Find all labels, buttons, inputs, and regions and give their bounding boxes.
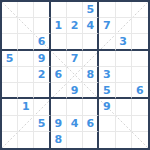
cell-r3c9[interactable] (132, 34, 148, 50)
cell-r5c4[interactable]: 6 (51, 67, 67, 83)
cell-r1c2[interactable] (18, 2, 34, 18)
cell-r9c5[interactable] (67, 132, 83, 148)
cell-r7c8[interactable] (116, 99, 132, 115)
cell-r8c5[interactable]: 4 (67, 116, 83, 132)
cell-r7c4[interactable] (51, 99, 67, 115)
cell-r3c7[interactable] (99, 34, 115, 50)
cell-r9c2[interactable] (18, 132, 34, 148)
cell-r8c8[interactable] (116, 116, 132, 132)
cell-r4c5[interactable]: 7 (67, 51, 83, 67)
cell-r6c9[interactable]: 6 (132, 83, 148, 99)
cell-r4c7[interactable] (99, 51, 115, 67)
cell-r1c7[interactable] (99, 2, 115, 18)
cell-r2c9[interactable] (132, 18, 148, 34)
cell-r1c1[interactable] (2, 2, 18, 18)
cell-r8c7[interactable] (99, 116, 115, 132)
cell-r4c1[interactable]: 5 (2, 51, 18, 67)
cell-r8c4[interactable]: 9 (51, 116, 67, 132)
cell-r6c7[interactable]: 5 (99, 83, 115, 99)
cell-r9c9[interactable] (132, 132, 148, 148)
cell-r9c8[interactable] (116, 132, 132, 148)
cell-r9c4[interactable]: 8 (51, 132, 67, 148)
cell-r2c1[interactable] (2, 18, 18, 34)
cell-r2c8[interactable] (116, 18, 132, 34)
cell-r1c9[interactable] (132, 2, 148, 18)
cell-r2c6[interactable]: 4 (83, 18, 99, 34)
cell-r1c5[interactable] (67, 2, 83, 18)
cell-r7c6[interactable] (83, 99, 99, 115)
cell-r6c1[interactable] (2, 83, 18, 99)
cell-r2c2[interactable] (18, 18, 34, 34)
sudoku-board: 512476359726839561959468 (0, 0, 150, 150)
cell-r3c3[interactable]: 6 (34, 34, 50, 50)
sudoku-grid: 512476359726839561959468 (2, 2, 148, 148)
cell-r2c3[interactable] (34, 18, 50, 34)
cell-r5c3[interactable]: 2 (34, 67, 50, 83)
cell-r7c1[interactable] (2, 99, 18, 115)
cell-r7c5[interactable] (67, 99, 83, 115)
cell-r4c9[interactable] (132, 51, 148, 67)
cell-r8c3[interactable]: 5 (34, 116, 50, 132)
cell-r1c6[interactable]: 5 (83, 2, 99, 18)
cell-r9c3[interactable] (34, 132, 50, 148)
cell-r5c6[interactable]: 8 (83, 67, 99, 83)
cell-r8c9[interactable] (132, 116, 148, 132)
cell-r5c8[interactable] (116, 67, 132, 83)
cell-r3c4[interactable] (51, 34, 67, 50)
cell-r3c1[interactable] (2, 34, 18, 50)
cell-r4c2[interactable] (18, 51, 34, 67)
cell-r4c3[interactable]: 9 (34, 51, 50, 67)
cell-r9c7[interactable] (99, 132, 115, 148)
cell-r5c2[interactable] (18, 67, 34, 83)
cell-r3c5[interactable] (67, 34, 83, 50)
cell-r1c3[interactable] (34, 2, 50, 18)
cell-r3c6[interactable] (83, 34, 99, 50)
cell-r6c3[interactable] (34, 83, 50, 99)
cell-r5c5[interactable] (67, 67, 83, 83)
cell-r5c1[interactable] (2, 67, 18, 83)
cell-r6c2[interactable] (18, 83, 34, 99)
cell-r7c7[interactable]: 9 (99, 99, 115, 115)
cell-r9c6[interactable] (83, 132, 99, 148)
cell-r5c9[interactable] (132, 67, 148, 83)
cell-r7c3[interactable] (34, 99, 50, 115)
cell-r4c4[interactable] (51, 51, 67, 67)
cell-r7c2[interactable]: 1 (18, 99, 34, 115)
cell-r4c6[interactable] (83, 51, 99, 67)
cell-r9c1[interactable] (2, 132, 18, 148)
cell-r6c5[interactable]: 9 (67, 83, 83, 99)
cell-r8c1[interactable] (2, 116, 18, 132)
cell-r2c7[interactable]: 7 (99, 18, 115, 34)
cell-r8c6[interactable]: 6 (83, 116, 99, 132)
cell-r2c4[interactable]: 1 (51, 18, 67, 34)
cell-r1c8[interactable] (116, 2, 132, 18)
cell-r5c7[interactable]: 3 (99, 67, 115, 83)
cell-r6c6[interactable] (83, 83, 99, 99)
cell-r4c8[interactable] (116, 51, 132, 67)
cell-r3c2[interactable] (18, 34, 34, 50)
cell-r1c4[interactable] (51, 2, 67, 18)
cell-r2c5[interactable]: 2 (67, 18, 83, 34)
cell-r8c2[interactable] (18, 116, 34, 132)
cell-r6c4[interactable] (51, 83, 67, 99)
cell-r7c9[interactable] (132, 99, 148, 115)
cell-r6c8[interactable] (116, 83, 132, 99)
cell-r3c8[interactable]: 3 (116, 34, 132, 50)
